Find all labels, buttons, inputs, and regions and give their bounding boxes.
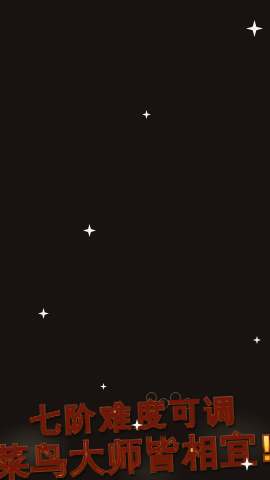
xiangqi-promo-screen: 声音七阶悔棋99让先 楚河 漢界 將象炮馬 菜单音乐禁声音 楚河 漢界 車馬象士…	[0, 0, 270, 480]
